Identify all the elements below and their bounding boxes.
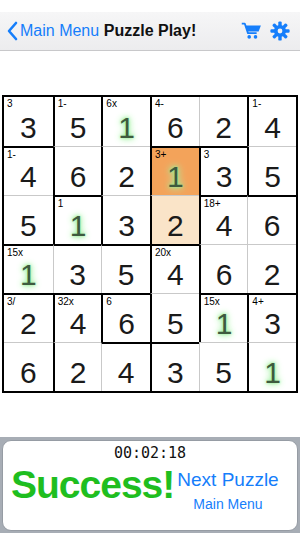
kenken-board: 331-56x14-621-41-4623+13355113218+4615x1… xyxy=(2,95,298,393)
cell-r4c5[interactable]: 4+3 xyxy=(247,293,296,342)
cell-r2c0[interactable]: 5 xyxy=(4,195,53,244)
cell-value: 6 xyxy=(4,357,53,389)
cell-r3c0[interactable]: 15x1 xyxy=(4,244,53,293)
cell-r1c3[interactable]: 3+1 xyxy=(150,146,199,195)
cell-r0c0[interactable]: 33 xyxy=(4,97,53,146)
cage-label: 1- xyxy=(252,98,261,109)
cell-value: 5 xyxy=(152,308,199,340)
cell-value: 6 xyxy=(201,259,248,291)
shopping-cart-icon[interactable] xyxy=(241,22,262,40)
cell-value: 1 xyxy=(103,112,150,144)
cell-value: 1 xyxy=(4,259,53,291)
cage-label: 3/ xyxy=(7,296,15,307)
cell-r4c3[interactable]: 5 xyxy=(150,293,199,342)
cage-label: 3 xyxy=(204,149,210,160)
cell-r5c3[interactable]: 3 xyxy=(150,342,199,391)
cell-value: 4 xyxy=(4,161,53,193)
success-message: Success! xyxy=(11,463,174,507)
cage-label: 15x xyxy=(7,247,23,258)
cell-value: 6 xyxy=(248,210,296,242)
cell-r5c2[interactable]: 4 xyxy=(101,342,150,391)
cell-r3c2[interactable]: 5 xyxy=(101,244,150,293)
cell-value: 4 xyxy=(102,357,150,389)
cell-value: 2 xyxy=(4,308,53,340)
gear-settings-icon[interactable] xyxy=(270,21,290,41)
cell-r1c1[interactable]: 6 xyxy=(53,146,102,195)
cell-r0c5[interactable]: 1-4 xyxy=(247,97,296,146)
cell-value: 5 xyxy=(4,210,53,242)
main-menu-button[interactable]: Main Menu xyxy=(161,496,295,512)
cell-value: 1 xyxy=(201,308,248,340)
cage-label: 6x xyxy=(106,98,117,109)
cell-r3c3[interactable]: 20x4 xyxy=(150,244,199,293)
cage-label: 1 xyxy=(58,198,64,209)
result-panel-background: 00:02:18 Success! Next Puzzle Main Menu xyxy=(0,437,300,533)
cell-value: 5 xyxy=(102,259,150,291)
cell-value: 2 xyxy=(152,210,199,242)
cell-value: 5 xyxy=(249,161,296,193)
cell-r3c1[interactable]: 3 xyxy=(53,244,102,293)
cell-r0c3[interactable]: 4-6 xyxy=(150,97,199,146)
cell-value: 5 xyxy=(55,112,102,144)
cell-r4c0[interactable]: 3/2 xyxy=(4,293,53,342)
navigation-bar: Main Menu Puzzle Play! xyxy=(0,12,300,51)
cage-label: 4- xyxy=(155,98,164,109)
cell-value: 3 xyxy=(249,308,296,340)
back-chevron-icon xyxy=(6,21,18,41)
cage-label: 4+ xyxy=(252,296,263,307)
cell-value: 3 xyxy=(152,357,199,389)
cell-r2c4[interactable]: 18+4 xyxy=(199,195,248,244)
cell-r5c5[interactable]: 1 xyxy=(247,342,296,391)
cell-r5c4[interactable]: 5 xyxy=(199,342,248,391)
cell-value: 4 xyxy=(55,308,102,340)
cage-label: 1- xyxy=(58,98,67,109)
cell-r2c3[interactable]: 2 xyxy=(150,195,199,244)
cell-r2c5[interactable]: 6 xyxy=(247,195,296,244)
cage-label: 1- xyxy=(7,149,16,160)
cell-r3c4[interactable]: 6 xyxy=(199,244,248,293)
cage-label: 20x xyxy=(155,247,171,258)
cell-value: 2 xyxy=(200,112,248,144)
elapsed-timer: 00:02:18 xyxy=(3,444,297,462)
cage-label: 3+ xyxy=(155,149,166,160)
cell-r1c0[interactable]: 1-4 xyxy=(4,146,53,195)
cell-r5c0[interactable]: 6 xyxy=(4,342,53,391)
cell-value: 1 xyxy=(55,210,102,242)
cell-value: 6 xyxy=(103,308,150,340)
cell-value: 4 xyxy=(201,210,248,242)
cell-value: 3 xyxy=(103,210,150,242)
cell-r1c4[interactable]: 33 xyxy=(199,146,248,195)
cell-value: 1 xyxy=(152,161,199,193)
cell-r0c1[interactable]: 1-5 xyxy=(53,97,102,146)
cell-r2c2[interactable]: 3 xyxy=(101,195,150,244)
cell-value: 4 xyxy=(249,112,296,144)
cell-value: 3 xyxy=(201,161,248,193)
next-puzzle-button[interactable]: Next Puzzle xyxy=(161,469,295,491)
result-card: 00:02:18 Success! Next Puzzle Main Menu xyxy=(2,440,298,531)
cell-r4c1[interactable]: 32x4 xyxy=(53,293,102,342)
cage-label: 32x xyxy=(58,296,74,307)
cell-value: 1 xyxy=(249,357,296,389)
cell-r1c5[interactable]: 5 xyxy=(247,146,296,195)
cell-r1c2[interactable]: 2 xyxy=(101,146,150,195)
back-button[interactable]: Main Menu xyxy=(6,21,99,41)
cell-value: 6 xyxy=(55,161,102,193)
cell-value: 6 xyxy=(152,112,199,144)
cell-r4c4[interactable]: 15x1 xyxy=(199,293,248,342)
cell-r2c1[interactable]: 11 xyxy=(53,195,102,244)
cell-value: 2 xyxy=(55,357,102,389)
back-button-label: Main Menu xyxy=(20,22,99,40)
cell-value: 2 xyxy=(248,259,296,291)
cell-value: 4 xyxy=(152,259,199,291)
cage-label: 15x xyxy=(204,296,220,307)
cell-value: 5 xyxy=(200,357,248,389)
cage-label: 6 xyxy=(106,296,112,307)
cell-r4c2[interactable]: 66 xyxy=(101,293,150,342)
cell-r0c4[interactable]: 2 xyxy=(199,97,248,146)
cell-value: 3 xyxy=(4,112,53,144)
cell-value: 3 xyxy=(54,259,102,291)
cell-r0c2[interactable]: 6x1 xyxy=(101,97,150,146)
cell-value: 2 xyxy=(103,161,150,193)
cage-label: 18+ xyxy=(204,198,221,209)
cell-r3c5[interactable]: 2 xyxy=(247,244,296,293)
cell-r5c1[interactable]: 2 xyxy=(53,342,102,391)
cage-label: 3 xyxy=(7,98,13,109)
